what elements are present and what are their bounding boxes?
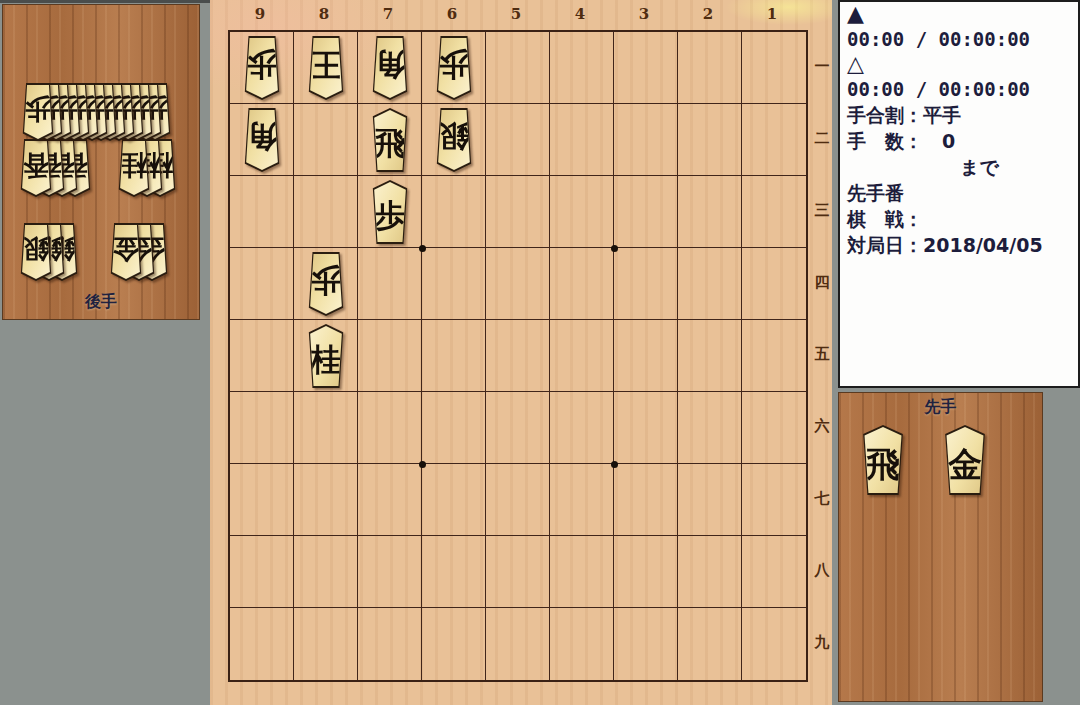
file-label-5: 5 — [484, 2, 548, 26]
piece-shape: 角 — [236, 108, 288, 172]
gote-hand-tray: 歩歩歩歩歩歩歩歩歩歩歩歩歩歩香香香香桂桂桂銀銀銀金金金 後手 — [2, 4, 200, 320]
cell-12[interactable] — [742, 104, 806, 176]
cell-36[interactable] — [614, 392, 678, 464]
cell-55[interactable] — [486, 320, 550, 392]
made-line: まで — [840, 154, 1078, 180]
event-line: 棋 戦： — [840, 206, 1078, 232]
piece-kanji-glyph: 桂 — [121, 152, 148, 179]
cell-77[interactable] — [358, 464, 422, 536]
date-line: 対局日：2018/04/05 — [840, 232, 1078, 258]
piece-face: 歩 — [238, 38, 286, 98]
cell-98[interactable] — [230, 536, 294, 608]
piece-kanji-glyph: 王 — [311, 49, 342, 80]
file-label-4: 4 — [548, 2, 612, 26]
piece-shape: 飛 — [364, 108, 416, 172]
star-point — [611, 245, 618, 252]
piece-kanji-glyph: 角 — [375, 49, 406, 80]
piece-shape: 飛 — [853, 425, 913, 495]
piece-kanji-glyph: 桂 — [311, 344, 342, 375]
piece-shape: 桂 — [111, 139, 157, 197]
piece-gote-gold[interactable]: 金 — [103, 223, 149, 281]
cell-21[interactable] — [678, 32, 742, 104]
piece-gote-bishop[interactable]: 角 — [364, 36, 416, 100]
cell-16[interactable] — [742, 392, 806, 464]
piece-gote-pawn[interactable]: 歩 — [428, 36, 480, 100]
cell-26[interactable] — [678, 392, 742, 464]
file-label-2: 2 — [676, 2, 740, 26]
piece-face: 飛 — [855, 427, 911, 493]
piece-shape: 歩 — [236, 36, 288, 100]
piece-gote-bishop[interactable]: 角 — [236, 108, 288, 172]
cell-86[interactable] — [294, 392, 358, 464]
cell-38[interactable] — [614, 536, 678, 608]
cell-45[interactable] — [550, 320, 614, 392]
piece-gote-lance[interactable]: 香 — [13, 139, 59, 197]
cell-28[interactable] — [678, 536, 742, 608]
piece-face: 歩 — [17, 85, 59, 139]
cell-57[interactable] — [486, 464, 550, 536]
star-point — [419, 245, 426, 252]
cell-54[interactable] — [486, 248, 550, 320]
piece-kanji-glyph: 角 — [247, 121, 278, 152]
piece-gote-pawn[interactable]: 歩 — [236, 36, 288, 100]
cell-35[interactable] — [614, 320, 678, 392]
piece-kanji-glyph: 歩 — [311, 265, 342, 296]
cell-22[interactable] — [678, 104, 742, 176]
piece-sente-gold[interactable]: 金 — [935, 425, 995, 495]
file-coordinate-labels: 987654321 — [228, 2, 808, 26]
piece-kanji-glyph: 香 — [23, 152, 50, 179]
cell-51[interactable] — [486, 32, 550, 104]
cell-29[interactable] — [678, 608, 742, 680]
cell-78[interactable] — [358, 536, 422, 608]
piece-face: 香 — [15, 141, 57, 195]
cell-27[interactable] — [678, 464, 742, 536]
cell-18[interactable] — [742, 536, 806, 608]
piece-kanji-glyph: 金 — [113, 236, 140, 263]
cell-19[interactable] — [742, 608, 806, 680]
cell-69[interactable] — [422, 608, 486, 680]
piece-sente-rook[interactable]: 飛 — [364, 108, 416, 172]
file-label-1: 1 — [740, 2, 804, 26]
piece-kanji-glyph: 銀 — [23, 236, 50, 263]
piece-face: 飛 — [366, 110, 414, 170]
piece-shape: 銀 — [428, 108, 480, 172]
cell-24[interactable] — [678, 248, 742, 320]
piece-face: 歩 — [366, 182, 414, 242]
cell-83[interactable] — [294, 176, 358, 248]
piece-gote-king[interactable]: 王 — [300, 36, 352, 100]
cell-47[interactable] — [550, 464, 614, 536]
piece-kanji-glyph: 飛 — [866, 447, 900, 481]
piece-shape: 王 — [300, 36, 352, 100]
piece-sente-knight[interactable]: 桂 — [300, 324, 352, 388]
piece-face: 銀 — [15, 225, 57, 279]
rank-label-7: 七 — [810, 462, 834, 534]
file-label-6: 6 — [420, 2, 484, 26]
cell-75[interactable] — [358, 320, 422, 392]
cell-89[interactable] — [294, 608, 358, 680]
rank-label-2: 二 — [810, 102, 834, 174]
cell-63[interactable] — [422, 176, 486, 248]
piece-face: 角 — [238, 110, 286, 170]
gote-turn-marker-icon: △ — [840, 52, 1078, 76]
piece-shape: 歩 — [364, 180, 416, 244]
rank-label-8: 八 — [810, 534, 834, 606]
game-info-panel: ▲ 00:00 / 00:00:00 △ 00:00 / 00:00:00 手合… — [838, 0, 1080, 388]
piece-kanji-glyph: 飛 — [375, 128, 406, 159]
cell-87[interactable] — [294, 464, 358, 536]
rank-label-6: 六 — [810, 390, 834, 462]
cell-56[interactable] — [486, 392, 550, 464]
cell-34[interactable] — [614, 248, 678, 320]
move-count-line: 手 数： 0 — [840, 128, 1078, 154]
piece-shape: 桂 — [300, 324, 352, 388]
cell-46[interactable] — [550, 392, 614, 464]
cell-94[interactable] — [230, 248, 294, 320]
file-label-3: 3 — [612, 2, 676, 26]
piece-kanji-glyph: 歩 — [439, 49, 470, 80]
rank-label-9: 九 — [810, 606, 834, 678]
cell-25[interactable] — [678, 320, 742, 392]
sente-clock: 00:00 / 00:00:00 — [840, 26, 1078, 52]
file-label-8: 8 — [292, 2, 356, 26]
piece-shape: 角 — [364, 36, 416, 100]
piece-face: 角 — [366, 38, 414, 98]
cell-93[interactable] — [230, 176, 294, 248]
piece-shape: 金 — [935, 425, 995, 495]
cell-31[interactable] — [614, 32, 678, 104]
cell-67[interactable] — [422, 464, 486, 536]
cell-88[interactable] — [294, 536, 358, 608]
piece-kanji-glyph: 歩 — [247, 49, 278, 80]
piece-face: 王 — [302, 38, 350, 98]
piece-face: 歩 — [430, 38, 478, 98]
piece-gote-pawn[interactable]: 歩 — [15, 83, 61, 141]
window-top-strip — [0, 0, 210, 3]
cell-66[interactable] — [422, 392, 486, 464]
cell-96[interactable] — [230, 392, 294, 464]
piece-face: 桂 — [113, 141, 155, 195]
star-point — [611, 461, 618, 468]
piece-kanji-glyph: 歩 — [25, 96, 52, 123]
piece-face: 金 — [105, 225, 147, 279]
gote-tray-label: 後手 — [3, 292, 199, 313]
rank-label-1: 一 — [810, 30, 834, 102]
piece-face: 桂 — [302, 326, 350, 386]
piece-shape: 歩 — [15, 83, 61, 141]
cell-49[interactable] — [550, 608, 614, 680]
cell-17[interactable] — [742, 464, 806, 536]
gote-clock: 00:00 / 00:00:00 — [840, 76, 1078, 102]
cell-97[interactable] — [230, 464, 294, 536]
sente-tray-label: 先手 — [839, 397, 1042, 418]
piece-kanji-glyph: 銀 — [439, 121, 470, 152]
file-label-7: 7 — [356, 2, 420, 26]
file-label-9: 9 — [228, 2, 292, 26]
shogi-board-panel: 987654321 一二三四五六七八九 歩王角歩角飛銀歩歩桂 — [210, 0, 832, 705]
cell-79[interactable] — [358, 608, 422, 680]
cell-48[interactable] — [550, 536, 614, 608]
cell-65[interactable] — [422, 320, 486, 392]
piece-kanji-glyph: 歩 — [375, 200, 406, 231]
cell-37[interactable] — [614, 464, 678, 536]
cell-53[interactable] — [486, 176, 550, 248]
cell-33[interactable] — [614, 176, 678, 248]
piece-shape: 香 — [13, 139, 59, 197]
star-point — [419, 461, 426, 468]
cell-32[interactable] — [614, 104, 678, 176]
cell-43[interactable] — [550, 176, 614, 248]
piece-face: 歩 — [302, 254, 350, 314]
cell-23[interactable] — [678, 176, 742, 248]
rank-label-3: 三 — [810, 174, 834, 246]
sente-turn-marker-icon: ▲ — [840, 2, 1078, 26]
cell-39[interactable] — [614, 608, 678, 680]
piece-gote-silver[interactable]: 銀 — [13, 223, 59, 281]
piece-sente-pawn[interactable]: 歩 — [364, 180, 416, 244]
cell-15[interactable] — [742, 320, 806, 392]
piece-shape: 銀 — [13, 223, 59, 281]
piece-kanji-glyph: 金 — [948, 447, 982, 481]
cell-95[interactable] — [230, 320, 294, 392]
cell-42[interactable] — [550, 104, 614, 176]
cell-41[interactable] — [550, 32, 614, 104]
cell-74[interactable] — [358, 248, 422, 320]
cell-58[interactable] — [486, 536, 550, 608]
piece-gote-pawn[interactable]: 歩 — [300, 252, 352, 316]
cell-52[interactable] — [486, 104, 550, 176]
cell-14[interactable] — [742, 248, 806, 320]
piece-shape: 歩 — [300, 252, 352, 316]
cell-44[interactable] — [550, 248, 614, 320]
rank-label-5: 五 — [810, 318, 834, 390]
piece-shape: 金 — [103, 223, 149, 281]
piece-gote-knight[interactable]: 桂 — [111, 139, 157, 197]
piece-face: 金 — [937, 427, 993, 493]
cell-82[interactable] — [294, 104, 358, 176]
piece-sente-rook[interactable]: 飛 — [853, 425, 913, 495]
piece-face: 銀 — [430, 110, 478, 170]
rank-label-4: 四 — [810, 246, 834, 318]
cell-13[interactable] — [742, 176, 806, 248]
board-grid: 歩王角歩角飛銀歩歩桂 — [228, 30, 808, 682]
cell-59[interactable] — [486, 608, 550, 680]
cell-76[interactable] — [358, 392, 422, 464]
cell-64[interactable] — [422, 248, 486, 320]
handicap-line: 手合割：平手 — [840, 102, 1078, 128]
piece-shape: 歩 — [428, 36, 480, 100]
rank-coordinate-labels: 一二三四五六七八九 — [810, 30, 834, 682]
cell-68[interactable] — [422, 536, 486, 608]
sente-hand-tray: 先手 飛金 — [838, 392, 1043, 702]
cell-99[interactable] — [230, 608, 294, 680]
piece-gote-silver[interactable]: 銀 — [428, 108, 480, 172]
cell-11[interactable] — [742, 32, 806, 104]
turn-line: 先手番 — [840, 180, 1078, 206]
